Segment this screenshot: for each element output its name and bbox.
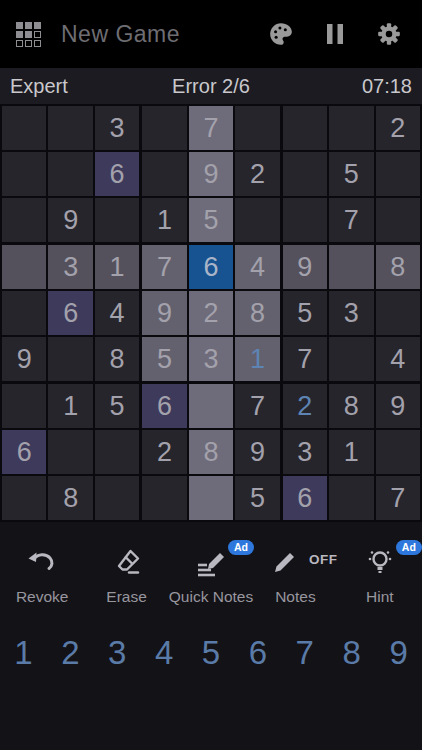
numpad-5[interactable]: 5 bbox=[188, 634, 235, 672]
cell-r7c4[interactable]: 6 bbox=[142, 384, 186, 428]
cell-r2c7[interactable] bbox=[283, 152, 327, 196]
cell-r1c4[interactable] bbox=[142, 106, 186, 150]
numpad-4[interactable]: 4 bbox=[141, 634, 188, 672]
cell-r4c9[interactable]: 8 bbox=[376, 245, 420, 289]
cell-r7c5[interactable] bbox=[189, 384, 233, 428]
cell-r8c2[interactable] bbox=[48, 430, 92, 474]
cell-r6c1[interactable]: 9 bbox=[2, 337, 46, 381]
ad-badge: Ad bbox=[396, 540, 422, 555]
cell-r8c6[interactable]: 9 bbox=[235, 430, 279, 474]
tool-label: Erase bbox=[106, 588, 147, 606]
page-title: New Game bbox=[61, 21, 180, 48]
cell-r2c1[interactable] bbox=[2, 152, 46, 196]
cell-r7c6[interactable]: 7 bbox=[235, 384, 279, 428]
cell-r6c3[interactable]: 8 bbox=[95, 337, 139, 381]
numpad-2[interactable]: 2 bbox=[47, 634, 94, 672]
numpad-3[interactable]: 3 bbox=[94, 634, 141, 672]
cell-r5c2[interactable]: 6 bbox=[48, 291, 92, 335]
cell-r5c4[interactable]: 9 bbox=[142, 291, 186, 335]
cell-r1c7[interactable] bbox=[283, 106, 327, 150]
cell-r4c1[interactable] bbox=[2, 245, 46, 289]
cell-r1c9[interactable]: 2 bbox=[376, 106, 420, 150]
cell-r4c3[interactable]: 1 bbox=[95, 245, 139, 289]
pause-icon[interactable] bbox=[320, 19, 350, 49]
tool-label: Revoke bbox=[16, 588, 69, 606]
cell-r3c6[interactable] bbox=[235, 198, 279, 242]
cell-r9c7[interactable]: 6 bbox=[283, 476, 327, 520]
cell-r1c5[interactable]: 7 bbox=[189, 106, 233, 150]
cell-r2c8[interactable]: 5 bbox=[329, 152, 373, 196]
cell-r7c7[interactable]: 2 bbox=[283, 384, 327, 428]
cell-r8c1[interactable]: 6 bbox=[2, 430, 46, 474]
undo-icon bbox=[26, 549, 58, 579]
box-3: 257 bbox=[283, 106, 420, 242]
eraser-icon bbox=[112, 547, 142, 581]
cell-r5c5[interactable]: 2 bbox=[189, 291, 233, 335]
toolbar: Revoke Erase bbox=[0, 547, 422, 606]
cell-r2c9[interactable] bbox=[376, 152, 420, 196]
pencil-icon bbox=[271, 548, 299, 580]
cell-r3c4[interactable]: 1 bbox=[142, 198, 186, 242]
cell-r9c9[interactable]: 7 bbox=[376, 476, 420, 520]
box-1: 369 bbox=[2, 106, 139, 242]
cell-r4c5[interactable]: 6 bbox=[189, 245, 233, 289]
cell-r3c5[interactable]: 5 bbox=[189, 198, 233, 242]
box-8: 672895 bbox=[142, 384, 279, 520]
cell-r5c9[interactable] bbox=[376, 291, 420, 335]
cell-r1c8[interactable] bbox=[329, 106, 373, 150]
cell-r3c7[interactable] bbox=[283, 198, 327, 242]
box-5: 764928531 bbox=[142, 245, 279, 381]
cell-r8c7[interactable]: 3 bbox=[283, 430, 327, 474]
cell-r9c2[interactable]: 8 bbox=[48, 476, 92, 520]
gear-icon[interactable] bbox=[374, 19, 404, 49]
cell-r2c2[interactable] bbox=[48, 152, 92, 196]
tool-label: Hint bbox=[366, 588, 394, 606]
palette-icon[interactable] bbox=[266, 19, 296, 49]
numpad-9[interactable]: 9 bbox=[375, 634, 422, 672]
cell-r8c4[interactable]: 2 bbox=[142, 430, 186, 474]
cell-r9c6[interactable]: 5 bbox=[235, 476, 279, 520]
error-counter: Error 2/6 bbox=[144, 75, 278, 98]
hint-button[interactable]: Ad Hint bbox=[338, 547, 422, 606]
cell-r9c5[interactable] bbox=[189, 476, 233, 520]
cell-r4c8[interactable] bbox=[329, 245, 373, 289]
cell-r1c2[interactable] bbox=[48, 106, 92, 150]
cell-r1c6[interactable] bbox=[235, 106, 279, 150]
numpad-7[interactable]: 7 bbox=[281, 634, 328, 672]
cell-r7c8[interactable]: 8 bbox=[329, 384, 373, 428]
bulb-icon bbox=[365, 547, 395, 581]
cell-r3c1[interactable] bbox=[2, 198, 46, 242]
cell-r7c9[interactable]: 9 bbox=[376, 384, 420, 428]
cell-r8c5[interactable]: 8 bbox=[189, 430, 233, 474]
difficulty-label: Expert bbox=[0, 75, 144, 98]
cell-r9c3[interactable] bbox=[95, 476, 139, 520]
erase-button[interactable]: Erase bbox=[84, 547, 168, 606]
cell-r5c1[interactable] bbox=[2, 291, 46, 335]
cell-r8c9[interactable] bbox=[376, 430, 420, 474]
app-window: New Game bbox=[0, 0, 422, 750]
notes-button[interactable]: OFF Notes bbox=[253, 547, 337, 606]
timer: 07:18 bbox=[278, 75, 422, 98]
cell-r8c8[interactable]: 1 bbox=[329, 430, 373, 474]
cell-r2c4[interactable] bbox=[142, 152, 186, 196]
quick-notes-button[interactable]: Ad Quick Notes bbox=[169, 547, 253, 606]
tool-label: Notes bbox=[275, 588, 316, 606]
cell-r3c9[interactable] bbox=[376, 198, 420, 242]
cell-r6c2[interactable] bbox=[48, 337, 92, 381]
cell-r2c6[interactable]: 2 bbox=[235, 152, 279, 196]
cell-r5c3[interactable]: 4 bbox=[95, 291, 139, 335]
cell-r4c7[interactable]: 9 bbox=[283, 245, 327, 289]
cell-r6c9[interactable]: 4 bbox=[376, 337, 420, 381]
pencil-lines-icon bbox=[195, 547, 227, 581]
cell-r5c8[interactable]: 3 bbox=[329, 291, 373, 335]
cell-r6c7[interactable]: 7 bbox=[283, 337, 327, 381]
cell-r4c2[interactable]: 3 bbox=[48, 245, 92, 289]
status-bar: Expert Error 2/6 07:18 bbox=[0, 68, 422, 104]
cell-r8c3[interactable] bbox=[95, 430, 139, 474]
cell-r9c4[interactable] bbox=[142, 476, 186, 520]
notes-state: OFF bbox=[309, 552, 338, 567]
cell-r1c1[interactable] bbox=[2, 106, 46, 150]
box-2: 79215 bbox=[142, 106, 279, 242]
box-4: 316498 bbox=[2, 245, 139, 381]
tool-label: Quick Notes bbox=[169, 588, 253, 606]
cell-r6c4[interactable]: 5 bbox=[142, 337, 186, 381]
cell-r7c3[interactable]: 5 bbox=[95, 384, 139, 428]
box-6: 985374 bbox=[283, 245, 420, 381]
cell-r3c2[interactable]: 9 bbox=[48, 198, 92, 242]
numpad-8[interactable]: 8 bbox=[328, 634, 375, 672]
numpad-6[interactable]: 6 bbox=[234, 634, 281, 672]
cell-r3c3[interactable] bbox=[95, 198, 139, 242]
numpad-1[interactable]: 1 bbox=[0, 634, 47, 672]
cell-r4c6[interactable]: 4 bbox=[235, 245, 279, 289]
cell-r2c5[interactable]: 9 bbox=[189, 152, 233, 196]
cell-r5c6[interactable]: 8 bbox=[235, 291, 279, 335]
cell-r9c8[interactable] bbox=[329, 476, 373, 520]
cell-r9c1[interactable] bbox=[2, 476, 46, 520]
revoke-button[interactable]: Revoke bbox=[0, 547, 84, 606]
ad-badge: Ad bbox=[228, 540, 254, 555]
cell-r4c4[interactable]: 7 bbox=[142, 245, 186, 289]
sudoku-board: 3697921525731649876492853198537415686728… bbox=[0, 104, 422, 522]
cell-r6c6[interactable]: 1 bbox=[235, 337, 279, 381]
cell-r1c3[interactable]: 3 bbox=[95, 106, 139, 150]
cell-r6c5[interactable]: 3 bbox=[189, 337, 233, 381]
box-7: 1568 bbox=[2, 384, 139, 520]
cell-r7c1[interactable] bbox=[2, 384, 46, 428]
top-bar: New Game bbox=[0, 0, 422, 68]
number-pad: 123456789 bbox=[0, 634, 422, 672]
cell-r5c7[interactable]: 5 bbox=[283, 291, 327, 335]
new-game-grid-icon[interactable] bbox=[16, 22, 41, 47]
cell-r7c2[interactable]: 1 bbox=[48, 384, 92, 428]
cell-r6c8[interactable] bbox=[329, 337, 373, 381]
box-9: 2893167 bbox=[283, 384, 420, 520]
cell-r2c3[interactable]: 6 bbox=[95, 152, 139, 196]
cell-r3c8[interactable]: 7 bbox=[329, 198, 373, 242]
